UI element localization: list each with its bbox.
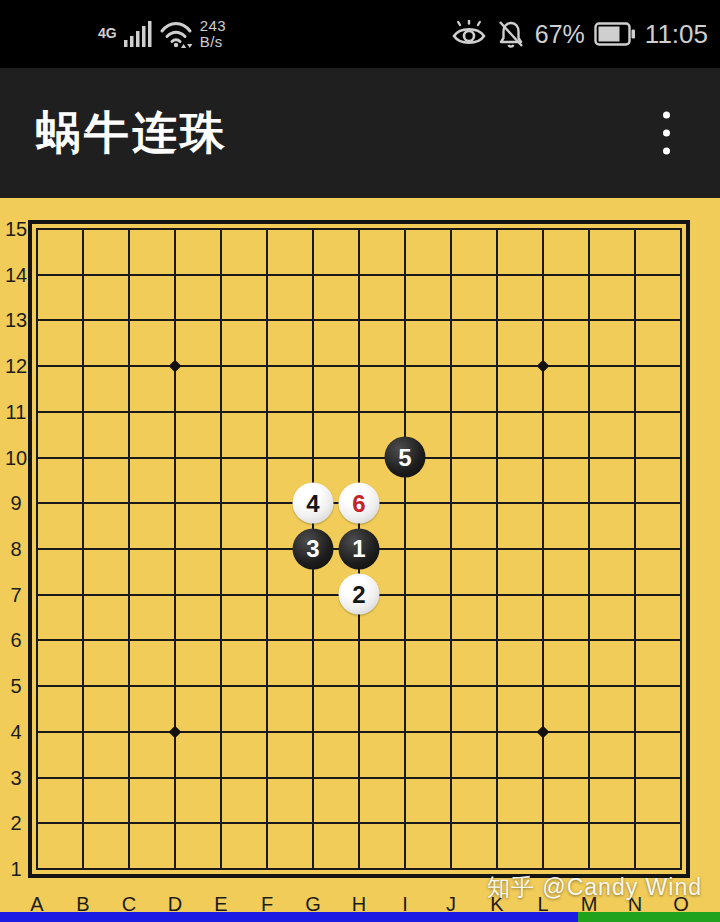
board-point-G4[interactable] — [290, 709, 336, 755]
board-point-K4[interactable] — [474, 709, 520, 755]
board-point-I11[interactable] — [382, 389, 428, 435]
board-point-H13[interactable] — [336, 297, 382, 343]
eye-comfort-icon — [451, 20, 487, 48]
board-point-C5[interactable] — [106, 663, 152, 709]
battery-icon — [594, 22, 636, 46]
board-point-K3[interactable] — [474, 754, 520, 800]
board-point-E1[interactable] — [198, 846, 244, 892]
board-point-G8[interactable]: 3 — [290, 526, 336, 572]
board-point-E3[interactable] — [198, 754, 244, 800]
star-point-D4 — [169, 725, 182, 738]
board-point-E7[interactable] — [198, 572, 244, 618]
board-point-F4[interactable] — [244, 709, 290, 755]
board-point-G15[interactable] — [290, 206, 336, 252]
board-point-M14[interactable] — [566, 252, 612, 298]
board-point-J15[interactable] — [428, 206, 474, 252]
board-point-H3[interactable] — [336, 754, 382, 800]
row-label-12: 12 — [0, 355, 32, 378]
board-point-C14[interactable] — [106, 252, 152, 298]
board-point-N7[interactable] — [612, 572, 658, 618]
board-point-J1[interactable] — [428, 846, 474, 892]
board-point-O9[interactable] — [658, 480, 704, 526]
board-area: 546312 151413121110987654321 ABCDEFGHIJK… — [0, 198, 720, 922]
board-point-L5[interactable] — [520, 663, 566, 709]
board-point-H10[interactable] — [336, 435, 382, 481]
board-point-B8[interactable] — [60, 526, 106, 572]
board-point-J14[interactable] — [428, 252, 474, 298]
board-point-M9[interactable] — [566, 480, 612, 526]
board-point-F7[interactable] — [244, 572, 290, 618]
board-point-L3[interactable] — [520, 754, 566, 800]
board-point-M12[interactable] — [566, 343, 612, 389]
board-point-M13[interactable] — [566, 297, 612, 343]
board-point-D11[interactable] — [152, 389, 198, 435]
board-point-F13[interactable] — [244, 297, 290, 343]
board-point-K11[interactable] — [474, 389, 520, 435]
board-point-N9[interactable] — [612, 480, 658, 526]
board-point-E11[interactable] — [198, 389, 244, 435]
board-point-K9[interactable] — [474, 480, 520, 526]
board-point-E10[interactable] — [198, 435, 244, 481]
board-point-N10[interactable] — [612, 435, 658, 481]
board-point-B5[interactable] — [60, 663, 106, 709]
board-point-H1[interactable] — [336, 846, 382, 892]
board-point-D4[interactable] — [152, 709, 198, 755]
board-point-N14[interactable] — [612, 252, 658, 298]
row-label-3: 3 — [0, 766, 32, 789]
board-point-G1[interactable] — [290, 846, 336, 892]
board-point-B13[interactable] — [60, 297, 106, 343]
board-point-M6[interactable] — [566, 617, 612, 663]
board-point-D3[interactable] — [152, 754, 198, 800]
status-bar: 4G — [0, 0, 720, 68]
board-point-D2[interactable] — [152, 800, 198, 846]
board-point-G9[interactable]: 4 — [290, 480, 336, 526]
board-point-D1[interactable] — [152, 846, 198, 892]
board-point-G7[interactable] — [290, 572, 336, 618]
board-point-L9[interactable] — [520, 480, 566, 526]
board-point-O8[interactable] — [658, 526, 704, 572]
board-point-L12[interactable] — [520, 343, 566, 389]
board-point-M7[interactable] — [566, 572, 612, 618]
board-point-J11[interactable] — [428, 389, 474, 435]
board-point-C4[interactable] — [106, 709, 152, 755]
board-point-B11[interactable] — [60, 389, 106, 435]
board-point-L6[interactable] — [520, 617, 566, 663]
board-point-H4[interactable] — [336, 709, 382, 755]
board-point-I12[interactable] — [382, 343, 428, 389]
board-point-L4[interactable] — [520, 709, 566, 755]
board-point-L10[interactable] — [520, 435, 566, 481]
board-point-I9[interactable] — [382, 480, 428, 526]
board-point-D5[interactable] — [152, 663, 198, 709]
board-point-B12[interactable] — [60, 343, 106, 389]
board-point-E15[interactable] — [198, 206, 244, 252]
board-point-K5[interactable] — [474, 663, 520, 709]
board-point-L7[interactable] — [520, 572, 566, 618]
board-point-H12[interactable] — [336, 343, 382, 389]
board-point-C2[interactable] — [106, 800, 152, 846]
network-type-label: 4G — [98, 25, 117, 41]
wifi-icon — [159, 19, 193, 49]
board-point-H7[interactable]: 2 — [336, 572, 382, 618]
board-point-I15[interactable] — [382, 206, 428, 252]
board-point-N15[interactable] — [612, 206, 658, 252]
board-point-J3[interactable] — [428, 754, 474, 800]
board-point-O13[interactable] — [658, 297, 704, 343]
row-label-2: 2 — [0, 812, 32, 835]
board-point-C8[interactable] — [106, 526, 152, 572]
board-point-B9[interactable] — [60, 480, 106, 526]
board-point-J12[interactable] — [428, 343, 474, 389]
app-bar: 蜗牛连珠 — [0, 68, 720, 198]
board-point-N3[interactable] — [612, 754, 658, 800]
board-point-H8[interactable]: 1 — [336, 526, 382, 572]
board-point-E5[interactable] — [198, 663, 244, 709]
board-point-J9[interactable] — [428, 480, 474, 526]
board-point-J13[interactable] — [428, 297, 474, 343]
board-point-F15[interactable] — [244, 206, 290, 252]
board-point-F2[interactable] — [244, 800, 290, 846]
board-point-C7[interactable] — [106, 572, 152, 618]
board-point-M2[interactable] — [566, 800, 612, 846]
board-point-K14[interactable] — [474, 252, 520, 298]
board-point-H2[interactable] — [336, 800, 382, 846]
board-point-I8[interactable] — [382, 526, 428, 572]
row-label-7: 7 — [0, 583, 32, 606]
board-point-N2[interactable] — [612, 800, 658, 846]
board-point-I3[interactable] — [382, 754, 428, 800]
speed-unit: B/s — [200, 34, 227, 50]
board-point-J10[interactable] — [428, 435, 474, 481]
board-point-I6[interactable] — [382, 617, 428, 663]
board-point-B2[interactable] — [60, 800, 106, 846]
board-point-B15[interactable] — [60, 206, 106, 252]
board-point-B3[interactable] — [60, 754, 106, 800]
board-point-H15[interactable] — [336, 206, 382, 252]
board-point-F3[interactable] — [244, 754, 290, 800]
star-point-L12 — [537, 360, 550, 373]
board-point-J6[interactable] — [428, 617, 474, 663]
board-point-J4[interactable] — [428, 709, 474, 755]
board-point-L15[interactable] — [520, 206, 566, 252]
board-point-D10[interactable] — [152, 435, 198, 481]
board-point-K12[interactable] — [474, 343, 520, 389]
board-point-H11[interactable] — [336, 389, 382, 435]
board-point-O15[interactable] — [658, 206, 704, 252]
board-point-C10[interactable] — [106, 435, 152, 481]
board-point-I13[interactable] — [382, 297, 428, 343]
board-point-D8[interactable] — [152, 526, 198, 572]
board-point-O6[interactable] — [658, 617, 704, 663]
board-point-E12[interactable] — [198, 343, 244, 389]
board-point-O10[interactable] — [658, 435, 704, 481]
board-point-L2[interactable] — [520, 800, 566, 846]
board-point-M3[interactable] — [566, 754, 612, 800]
board-point-J5[interactable] — [428, 663, 474, 709]
row-label-14: 14 — [0, 263, 32, 286]
board-point-H5[interactable] — [336, 663, 382, 709]
board-point-N11[interactable] — [612, 389, 658, 435]
watermark: 知乎 @Candy Wind — [487, 872, 702, 903]
board-point-M5[interactable] — [566, 663, 612, 709]
board-point-O11[interactable] — [658, 389, 704, 435]
stone-white-6-H9: 6 — [339, 483, 380, 524]
row-label-6: 6 — [0, 629, 32, 652]
board-point-I4[interactable] — [382, 709, 428, 755]
board-point-K15[interactable] — [474, 206, 520, 252]
board-point-H9[interactable]: 6 — [336, 480, 382, 526]
board-intersections[interactable]: 546312 — [14, 206, 704, 892]
board-point-H14[interactable] — [336, 252, 382, 298]
board-point-M11[interactable] — [566, 389, 612, 435]
board-point-D14[interactable] — [152, 252, 198, 298]
row-label-8: 8 — [0, 537, 32, 560]
row-label-10: 10 — [0, 446, 32, 469]
board-point-I2[interactable] — [382, 800, 428, 846]
board-point-C12[interactable] — [106, 343, 152, 389]
board-point-G2[interactable] — [290, 800, 336, 846]
board-point-N13[interactable] — [612, 297, 658, 343]
board-point-B6[interactable] — [60, 617, 106, 663]
board-point-B7[interactable] — [60, 572, 106, 618]
board-point-E9[interactable] — [198, 480, 244, 526]
mute-icon — [496, 19, 526, 49]
board-point-K13[interactable] — [474, 297, 520, 343]
board-point-C15[interactable] — [106, 206, 152, 252]
board-point-D12[interactable] — [152, 343, 198, 389]
network-speed: 243 B/s — [200, 18, 227, 50]
board-point-D15[interactable] — [152, 206, 198, 252]
board-point-F10[interactable] — [244, 435, 290, 481]
board-point-N5[interactable] — [612, 663, 658, 709]
board-point-F11[interactable] — [244, 389, 290, 435]
board-point-B14[interactable] — [60, 252, 106, 298]
phone-screen: 4G — [0, 0, 720, 922]
board-point-C3[interactable] — [106, 754, 152, 800]
stone-black-1-H8: 1 — [339, 528, 380, 569]
stone-white-2-H7: 2 — [339, 574, 380, 615]
board-point-K10[interactable] — [474, 435, 520, 481]
board-point-O3[interactable] — [658, 754, 704, 800]
stone-black-3-G8: 3 — [293, 528, 334, 569]
board-point-L8[interactable] — [520, 526, 566, 572]
kebab-menu-icon[interactable] — [657, 106, 676, 161]
board-point-F5[interactable] — [244, 663, 290, 709]
battery-percent: 67% — [535, 20, 585, 49]
board-point-K8[interactable] — [474, 526, 520, 572]
board-point-K7[interactable] — [474, 572, 520, 618]
board-point-J7[interactable] — [428, 572, 474, 618]
row-label-11: 11 — [0, 400, 32, 423]
board-point-F14[interactable] — [244, 252, 290, 298]
board-point-F1[interactable] — [244, 846, 290, 892]
board-point-G5[interactable] — [290, 663, 336, 709]
board-point-G3[interactable] — [290, 754, 336, 800]
board-point-F8[interactable] — [244, 526, 290, 572]
row-label-1: 1 — [0, 857, 32, 880]
board-point-E4[interactable] — [198, 709, 244, 755]
board-point-I7[interactable] — [382, 572, 428, 618]
page-title: 蜗牛连珠 — [36, 103, 228, 163]
board-point-F6[interactable] — [244, 617, 290, 663]
board-point-J2[interactable] — [428, 800, 474, 846]
board-point-L11[interactable] — [520, 389, 566, 435]
board-point-G12[interactable] — [290, 343, 336, 389]
board-point-M8[interactable] — [566, 526, 612, 572]
board-point-B10[interactable] — [60, 435, 106, 481]
board-point-O7[interactable] — [658, 572, 704, 618]
bottom-strip-blue — [0, 912, 578, 922]
board-point-O2[interactable] — [658, 800, 704, 846]
board-point-O14[interactable] — [658, 252, 704, 298]
row-label-15: 15 — [0, 218, 32, 241]
board-point-F12[interactable] — [244, 343, 290, 389]
board-point-B1[interactable] — [60, 846, 106, 892]
board-point-G14[interactable] — [290, 252, 336, 298]
board-point-G13[interactable] — [290, 297, 336, 343]
board-point-N4[interactable] — [612, 709, 658, 755]
board-point-O12[interactable] — [658, 343, 704, 389]
board-point-D6[interactable] — [152, 617, 198, 663]
board-point-G6[interactable] — [290, 617, 336, 663]
board-point-E14[interactable] — [198, 252, 244, 298]
board-point-D13[interactable] — [152, 297, 198, 343]
board-point-D9[interactable] — [152, 480, 198, 526]
board-point-I10[interactable]: 5 — [382, 435, 428, 481]
board-point-C11[interactable] — [106, 389, 152, 435]
board-point-N12[interactable] — [612, 343, 658, 389]
board-point-L13[interactable] — [520, 297, 566, 343]
stone-white-4-G9: 4 — [293, 483, 334, 524]
row-label-5: 5 — [0, 675, 32, 698]
board-point-G11[interactable] — [290, 389, 336, 435]
board-point-E6[interactable] — [198, 617, 244, 663]
board-point-C6[interactable] — [106, 617, 152, 663]
clock: 11:05 — [645, 19, 708, 50]
board-point-M10[interactable] — [566, 435, 612, 481]
board-point-E2[interactable] — [198, 800, 244, 846]
row-label-9: 9 — [0, 492, 32, 515]
row-label-4: 4 — [0, 720, 32, 743]
board-point-I1[interactable] — [382, 846, 428, 892]
board-point-E13[interactable] — [198, 297, 244, 343]
board-point-F9[interactable] — [244, 480, 290, 526]
board-point-G10[interactable] — [290, 435, 336, 481]
board-point-M15[interactable] — [566, 206, 612, 252]
bottom-strip-green — [578, 912, 720, 922]
board-point-L14[interactable] — [520, 252, 566, 298]
board-point-C13[interactable] — [106, 297, 152, 343]
star-point-L4 — [537, 725, 550, 738]
board-point-C9[interactable] — [106, 480, 152, 526]
board-point-J8[interactable] — [428, 526, 474, 572]
signal-bars-icon — [124, 21, 152, 47]
board-point-C1[interactable] — [106, 846, 152, 892]
stone-black-5-I10: 5 — [385, 437, 426, 478]
board-point-N8[interactable] — [612, 526, 658, 572]
board-point-D7[interactable] — [152, 572, 198, 618]
board-point-O4[interactable] — [658, 709, 704, 755]
board-point-H6[interactable] — [336, 617, 382, 663]
board-point-I14[interactable] — [382, 252, 428, 298]
board-point-N6[interactable] — [612, 617, 658, 663]
board-point-O5[interactable] — [658, 663, 704, 709]
board-point-I5[interactable] — [382, 663, 428, 709]
board-point-M4[interactable] — [566, 709, 612, 755]
board-point-K6[interactable] — [474, 617, 520, 663]
star-point-D12 — [169, 360, 182, 373]
row-label-13: 13 — [0, 309, 32, 332]
bottom-strip — [0, 912, 720, 922]
board-point-K2[interactable] — [474, 800, 520, 846]
board-point-E8[interactable] — [198, 526, 244, 572]
speed-value: 243 — [200, 18, 227, 34]
board-point-B4[interactable] — [60, 709, 106, 755]
